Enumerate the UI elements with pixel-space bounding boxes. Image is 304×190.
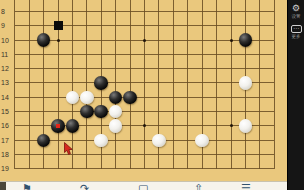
bottom-left-partial-icon [0,182,6,190]
grid-line-horizontal [15,68,275,69]
toolbar-icon-5[interactable]: ☰ [241,183,251,190]
right-sidebar: ⚙ 设置 ⋯ 更多 [287,0,304,190]
last-move-marker [56,124,61,129]
star-point [230,39,233,42]
more-button[interactable]: ⋯ 更多 [288,25,304,39]
black-stone[interactable] [37,33,51,47]
black-stone[interactable] [94,76,108,90]
row-coordinate-label: 8 [1,8,12,15]
black-square-marker [54,21,63,30]
go-app-screen: 78910111213141516171819 ⚙ 设置 ⋯ 更多 ⚑↷▢⇧☰ [0,0,304,190]
row-coordinate-label: 16 [1,122,12,129]
white-stone[interactable] [239,76,253,90]
grid-line-horizontal [15,97,275,98]
white-stone[interactable] [109,119,123,133]
black-stone[interactable] [239,33,253,47]
row-coordinate-label: 10 [1,37,12,44]
row-coordinate-label: 19 [1,165,12,172]
row-coordinate-label: 12 [1,65,12,72]
white-stone[interactable] [109,105,123,119]
grid-line-horizontal [15,154,275,155]
settings-button[interactable]: ⚙ 设置 [288,3,304,19]
white-stone[interactable] [66,91,80,105]
row-coordinate-label: 9 [1,22,12,29]
white-stone[interactable] [80,91,94,105]
bottom-toolbar[interactable]: ⚑↷▢⇧☰ [0,181,287,190]
settings-label: 设置 [289,13,303,18]
gear-icon: ⚙ [288,3,304,13]
grid-line-horizontal [15,168,275,169]
toolbar-icon-1[interactable]: ⚑ [22,183,32,190]
grid-line-horizontal [15,11,275,12]
star-point [143,39,146,42]
row-coordinate-label: 17 [1,137,12,144]
black-stone[interactable] [66,119,80,133]
black-stone[interactable] [94,105,108,119]
row-coordinate-label: 15 [1,108,12,115]
toolbar-icon-2[interactable]: ↷ [80,183,89,190]
toolbar-icon-3[interactable]: ▢ [138,183,148,190]
black-stone[interactable] [37,134,51,148]
black-stone[interactable] [80,105,94,119]
go-board[interactable]: 78910111213141516171819 [0,0,287,181]
white-stone[interactable] [152,134,166,148]
grid-line-horizontal [15,140,275,141]
white-stone[interactable] [239,119,253,133]
row-coordinate-label: 14 [1,94,12,101]
toolbar-icon-4[interactable]: ⇧ [194,183,203,190]
row-coordinate-label: 11 [1,51,12,58]
row-coordinate-label: 7 [1,0,12,1]
more-label: 更多 [289,33,303,38]
star-point [57,39,60,42]
more-icon: ⋯ [291,25,302,33]
row-coordinate-label: 13 [1,79,12,86]
grid-line-horizontal [15,54,275,55]
mouse-cursor-icon [64,142,74,156]
black-stone[interactable] [109,91,123,105]
white-stone[interactable] [195,134,209,148]
grid-line-horizontal [15,82,275,83]
black-stone[interactable] [123,91,137,105]
grid-line-horizontal [15,111,275,112]
white-stone[interactable] [94,134,108,148]
row-coordinate-label: 18 [1,151,12,158]
